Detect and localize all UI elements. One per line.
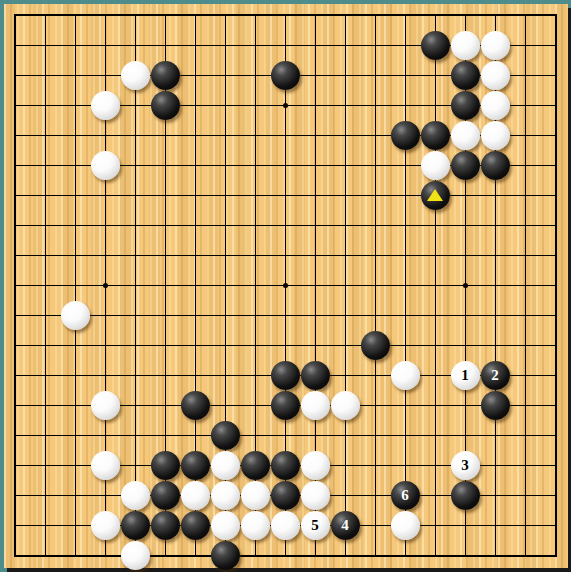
stone-white[interactable] (451, 121, 480, 150)
stone-black[interactable] (211, 421, 240, 450)
stone-black[interactable] (211, 541, 240, 570)
go-app-window: 123654 (0, 0, 571, 572)
stone-white[interactable] (391, 361, 420, 390)
stone-black[interactable] (241, 451, 270, 480)
stone-black[interactable] (151, 451, 180, 480)
stone-black[interactable] (451, 151, 480, 180)
stone-black[interactable] (451, 91, 480, 120)
stone-white[interactable] (241, 481, 270, 510)
stone-black[interactable] (421, 31, 450, 60)
stone-black[interactable] (421, 121, 450, 150)
stone-black[interactable] (421, 181, 450, 210)
stone-black[interactable] (271, 391, 300, 420)
star-point (283, 103, 288, 108)
stone-black[interactable] (151, 481, 180, 510)
star-point (103, 283, 108, 288)
stone-white[interactable] (241, 511, 270, 540)
stone-white[interactable] (301, 481, 330, 510)
stone-black[interactable]: 2 (481, 361, 510, 390)
stone-white[interactable] (331, 391, 360, 420)
stone-white[interactable] (181, 481, 210, 510)
go-board[interactable]: 123654 (4, 4, 568, 568)
stones-layer: 123654 (0, 0, 570, 570)
stone-black[interactable]: 6 (391, 481, 420, 510)
stone-black[interactable] (301, 361, 330, 390)
move-number-label: 1 (461, 368, 469, 383)
stone-black[interactable] (151, 91, 180, 120)
stone-black[interactable] (481, 391, 510, 420)
stone-black[interactable] (151, 61, 180, 90)
stone-black[interactable] (451, 481, 480, 510)
stone-white[interactable] (91, 511, 120, 540)
stone-white[interactable] (481, 121, 510, 150)
stone-white[interactable] (61, 301, 90, 330)
triangle-marker-icon (427, 189, 443, 201)
stone-white[interactable] (121, 541, 150, 570)
move-number-label: 3 (461, 458, 469, 473)
move-number-label: 2 (491, 368, 499, 383)
stone-white[interactable] (91, 91, 120, 120)
stone-white[interactable] (391, 511, 420, 540)
stone-black[interactable] (121, 511, 150, 540)
star-point (463, 283, 468, 288)
stone-white[interactable] (211, 451, 240, 480)
star-point (283, 283, 288, 288)
stone-white[interactable] (301, 391, 330, 420)
stone-white[interactable] (211, 511, 240, 540)
stone-black[interactable] (451, 61, 480, 90)
stone-black[interactable] (151, 511, 180, 540)
stone-white[interactable] (481, 31, 510, 60)
stone-black[interactable] (361, 331, 390, 360)
stone-white[interactable] (481, 61, 510, 90)
stone-white[interactable]: 5 (301, 511, 330, 540)
stone-black[interactable] (481, 151, 510, 180)
stone-black[interactable] (271, 361, 300, 390)
stone-white[interactable]: 1 (451, 361, 480, 390)
stone-white[interactable] (91, 451, 120, 480)
stone-black[interactable]: 4 (331, 511, 360, 540)
stone-white[interactable] (451, 31, 480, 60)
stone-black[interactable] (181, 511, 210, 540)
stone-white[interactable] (91, 151, 120, 180)
stone-white[interactable] (421, 151, 450, 180)
stone-white[interactable] (91, 391, 120, 420)
stone-white[interactable] (301, 451, 330, 480)
stone-white[interactable]: 3 (451, 451, 480, 480)
move-number-label: 5 (311, 518, 319, 533)
stone-white[interactable] (121, 61, 150, 90)
stone-black[interactable] (271, 451, 300, 480)
move-number-label: 6 (401, 488, 409, 503)
stone-black[interactable] (271, 61, 300, 90)
stone-black[interactable] (271, 481, 300, 510)
stone-white[interactable] (481, 91, 510, 120)
stone-black[interactable] (181, 451, 210, 480)
stone-black[interactable] (181, 391, 210, 420)
stone-black[interactable] (391, 121, 420, 150)
move-number-label: 4 (341, 518, 349, 533)
stone-white[interactable] (271, 511, 300, 540)
stone-white[interactable] (121, 481, 150, 510)
stone-white[interactable] (211, 481, 240, 510)
